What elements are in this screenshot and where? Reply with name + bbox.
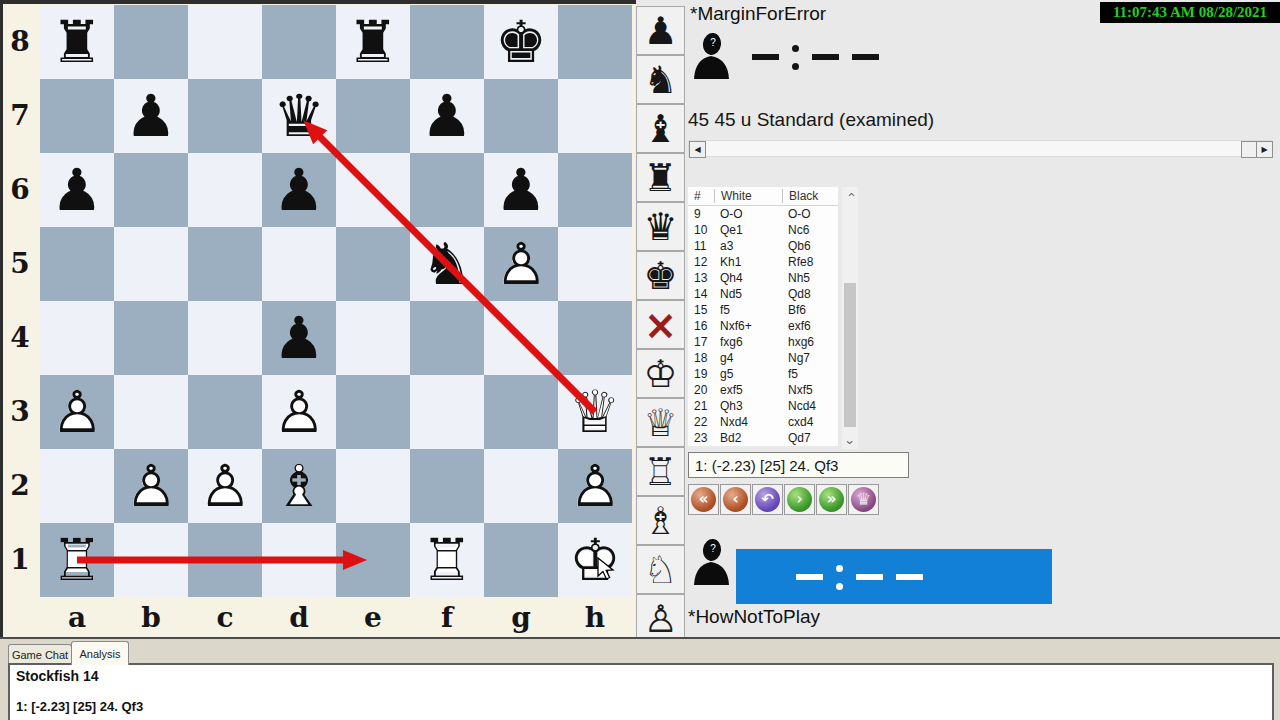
palette-black-pawn[interactable]: ♟ (636, 6, 685, 55)
square-e4[interactable] (336, 301, 410, 375)
rewind-to-start-button[interactable]: « (688, 484, 719, 515)
system-clock: 11:07:43 AM 08/28/2021 (1100, 2, 1280, 23)
square-f8[interactable] (410, 5, 484, 79)
square-d8[interactable] (262, 5, 336, 79)
square-b1[interactable] (114, 523, 188, 597)
chess-board: ♜♜♚♟♛♟♟♟♟♞♟♙♟♟♙♟♙♛♕♟♙♟♙♝♗♟♙♜♖♜♖♚♔ (40, 5, 632, 597)
file-label-e: e (336, 601, 410, 634)
square-a4[interactable] (40, 301, 114, 375)
square-b5[interactable] (114, 227, 188, 301)
bottom-panel: Game Chat Analysis Stockfish 14 1: [-2.2… (0, 637, 1280, 720)
square-g5[interactable]: ♟♙ (484, 227, 558, 301)
white-pawn[interactable]: ♟♙ (114, 449, 188, 523)
chess-app-window: ♜♜♚♟♛♟♟♟♟♞♟♙♟♟♙♟♙♛♕♟♙♟♙♝♗♟♙♜♖♜♖♚♔ 876543… (0, 0, 1280, 720)
square-c8[interactable] (188, 5, 262, 79)
square-g6[interactable]: ♟ (484, 153, 558, 227)
move-row-22[interactable]: 22Nxd4cxd4 (688, 414, 838, 430)
scroll-up-icon[interactable]: › (842, 187, 858, 201)
palette-black-queen[interactable]: ♛ (636, 202, 685, 251)
move-row-21[interactable]: 21Qh3Ncd4 (688, 398, 838, 414)
palette-black-knight[interactable]: ♞ (636, 55, 685, 104)
square-f7[interactable]: ♟ (410, 79, 484, 153)
square-h1[interactable]: ♚♔ (558, 523, 632, 597)
square-f4[interactable] (410, 301, 484, 375)
palette-white-king[interactable]: ♔ (636, 349, 685, 398)
square-d6[interactable]: ♟ (262, 153, 336, 227)
file-label-d: d (262, 601, 336, 634)
square-g4[interactable] (484, 301, 558, 375)
rank-label-3: 3 (3, 395, 37, 428)
move-list-scrollbar[interactable]: › › (842, 187, 858, 449)
square-b8[interactable] (114, 5, 188, 79)
square-e6[interactable] (336, 153, 410, 227)
move-row-13[interactable]: 13Qh4Nh5 (688, 270, 838, 286)
square-g2[interactable] (484, 449, 558, 523)
rank-label-6: 6 (3, 173, 37, 206)
move-row-18[interactable]: 18g4Ng7 (688, 350, 838, 366)
square-h8[interactable] (558, 5, 632, 79)
square-e2[interactable] (336, 449, 410, 523)
engine-analysis-line: 1: [-2.23] [25] 24. Qf3 (16, 699, 143, 714)
svg-text:?: ? (710, 37, 716, 48)
game-type-title: 45 45 u Standard (examined) (688, 109, 934, 131)
palette-black-rook[interactable]: ♜ (636, 153, 685, 202)
white-king[interactable]: ♚♔ (558, 523, 632, 597)
move-row-20[interactable]: 20exf5Nxf5 (688, 382, 838, 398)
square-e1[interactable] (336, 523, 410, 597)
move-row-17[interactable]: 17fxg6hxg6 (688, 334, 838, 350)
square-d2[interactable]: ♝♗ (262, 449, 336, 523)
move-row-16[interactable]: 16Nxf6+exf6 (688, 318, 838, 334)
square-h5[interactable] (558, 227, 632, 301)
engine-name: Stockfish 14 (16, 668, 98, 684)
black-king[interactable]: ♚ (484, 5, 558, 79)
square-a2[interactable] (40, 449, 114, 523)
white-pawn[interactable]: ♟♙ (262, 375, 336, 449)
palette-white-pawn[interactable]: ♙ (636, 594, 685, 643)
bottom-player-clock (796, 560, 923, 594)
square-b2[interactable]: ♟♙ (114, 449, 188, 523)
square-e5[interactable] (336, 227, 410, 301)
white-rook[interactable]: ♜♖ (40, 523, 114, 597)
move-list-header: # White Black (688, 187, 838, 206)
palette-black-bishop[interactable]: ♝ (636, 104, 685, 153)
square-h6[interactable] (558, 153, 632, 227)
col-move-number: # (688, 189, 714, 203)
scroll-left-button[interactable]: ◀ (689, 141, 706, 158)
white-bishop[interactable]: ♝♗ (262, 449, 336, 523)
square-a7[interactable] (40, 79, 114, 153)
square-b3[interactable] (114, 375, 188, 449)
rank-label-4: 4 (3, 321, 37, 354)
engine-play-button[interactable]: ♛ (848, 484, 879, 515)
move-row-23[interactable]: 23Bd2Qd7 (688, 430, 838, 446)
file-label-h: h (558, 601, 632, 634)
square-e3[interactable] (336, 375, 410, 449)
palette-white-bishop[interactable]: ♗ (636, 496, 685, 545)
move-row-9[interactable]: 9O-OO-O (688, 206, 838, 222)
square-g3[interactable] (484, 375, 558, 449)
black-pawn[interactable]: ♟ (484, 153, 558, 227)
square-f1[interactable]: ♜♖ (410, 523, 484, 597)
square-c3[interactable] (188, 375, 262, 449)
square-b4[interactable] (114, 301, 188, 375)
square-c1[interactable] (188, 523, 262, 597)
white-rook[interactable]: ♜♖ (410, 523, 484, 597)
square-f2[interactable] (410, 449, 484, 523)
horizontal-scrollbar[interactable]: ◀ ▶ (688, 140, 1272, 157)
scrollbar-thumb[interactable] (844, 283, 856, 427)
white-pawn[interactable]: ♟♙ (40, 375, 114, 449)
black-pawn[interactable]: ♟ (40, 153, 114, 227)
navigation-toolbar: «‹↶›»♛ (688, 484, 880, 515)
white-queen[interactable]: ♛♕ (558, 375, 632, 449)
square-f5[interactable]: ♞ (410, 227, 484, 301)
piece-palette: ♟♞♝♜♛♚×♔♕♖♗♘♙ (636, 6, 686, 643)
top-player-name: *MarginForError (690, 3, 826, 25)
black-queen[interactable]: ♛ (262, 79, 336, 153)
black-knight[interactable]: ♞ (410, 227, 484, 301)
square-c5[interactable] (188, 227, 262, 301)
col-white: White (714, 189, 782, 203)
file-label-g: g (484, 601, 558, 634)
svg-text:?: ? (710, 543, 716, 554)
square-e8[interactable]: ♜ (336, 5, 410, 79)
step-back-button[interactable]: ‹ (720, 484, 751, 515)
square-e7[interactable] (336, 79, 410, 153)
rank-label-5: 5 (3, 247, 37, 280)
square-g8[interactable]: ♚ (484, 5, 558, 79)
square-g7[interactable] (484, 79, 558, 153)
chess-board-frame: ♜♜♚♟♛♟♟♟♟♞♟♙♟♟♙♟♙♛♕♟♙♟♙♝♗♟♙♜♖♜♖♚♔ 876543… (0, 0, 636, 637)
col-black: Black (782, 189, 838, 203)
palette-black-king[interactable]: ♚ (636, 251, 685, 300)
move-row-14[interactable]: 14Nd5Qd8 (688, 286, 838, 302)
square-c2[interactable]: ♟♙ (188, 449, 262, 523)
square-h3[interactable]: ♛♕ (558, 375, 632, 449)
black-rook[interactable]: ♜ (336, 5, 410, 79)
tab-game-chat[interactable]: Game Chat (8, 644, 72, 664)
move-list: # White Black 9O-OO-O10Qe1Nc611a3Qb612Kh… (688, 187, 838, 446)
bottom-player-avatar-icon: ? (691, 539, 731, 585)
square-a1[interactable]: ♜♖ (40, 523, 114, 597)
file-label-c: c (188, 601, 262, 634)
square-h2[interactable]: ♟♙ (558, 449, 632, 523)
palette-remove[interactable]: × (636, 300, 685, 349)
square-h4[interactable] (558, 301, 632, 375)
scroll-right-button[interactable]: ▶ (1256, 141, 1273, 158)
palette-white-knight[interactable]: ♘ (636, 545, 685, 594)
square-a5[interactable] (40, 227, 114, 301)
move-row-11[interactable]: 11a3Qb6 (688, 238, 838, 254)
rank-label-1: 1 (3, 543, 37, 576)
file-label-b: b (114, 601, 188, 634)
revert-button[interactable]: ↶ (752, 484, 783, 515)
square-a3[interactable]: ♟♙ (40, 375, 114, 449)
file-label-a: a (40, 601, 114, 634)
square-f3[interactable] (410, 375, 484, 449)
square-a8[interactable]: ♜ (40, 5, 114, 79)
square-d5[interactable] (262, 227, 336, 301)
white-pawn[interactable]: ♟♙ (484, 227, 558, 301)
palette-white-queen[interactable]: ♕ (636, 398, 685, 447)
square-d4[interactable]: ♟ (262, 301, 336, 375)
rank-label-2: 2 (3, 469, 37, 502)
top-player-avatar-icon: ? (691, 33, 731, 79)
top-player-clock (752, 40, 879, 74)
tab-analysis[interactable]: Analysis (71, 641, 129, 665)
square-c7[interactable] (188, 79, 262, 153)
black-pawn[interactable]: ♟ (262, 301, 336, 375)
square-h7[interactable] (558, 79, 632, 153)
palette-white-rook[interactable]: ♖ (636, 447, 685, 496)
move-row-15[interactable]: 15f5Bf6 (688, 302, 838, 318)
square-b6[interactable] (114, 153, 188, 227)
square-f6[interactable] (410, 153, 484, 227)
square-a6[interactable]: ♟ (40, 153, 114, 227)
black-pawn[interactable]: ♟ (114, 79, 188, 153)
rank-label-7: 7 (3, 99, 37, 132)
white-pawn[interactable]: ♟♙ (558, 449, 632, 523)
white-pawn[interactable]: ♟♙ (188, 449, 262, 523)
engine-eval-box: 1: (-2.23) [25] 24. Qf3 (688, 452, 909, 478)
square-d3[interactable]: ♟♙ (262, 375, 336, 449)
analysis-output-panel: Stockfish 14 1: [-2.23] [25] 24. Qf3 (8, 663, 1274, 720)
square-b7[interactable]: ♟ (114, 79, 188, 153)
black-pawn[interactable]: ♟ (262, 153, 336, 227)
rank-label-8: 8 (3, 25, 37, 58)
bottom-player-clock-panel (736, 549, 1052, 604)
fast-forward-to-end-button[interactable]: » (816, 484, 847, 515)
square-d7[interactable]: ♛ (262, 79, 336, 153)
square-c4[interactable] (188, 301, 262, 375)
scroll-down-icon[interactable]: › (842, 435, 858, 449)
step-forward-button[interactable]: › (784, 484, 815, 515)
move-list-body: 9O-OO-O10Qe1Nc611a3Qb612Kh1Rfe813Qh4Nh51… (688, 206, 838, 446)
move-row-10[interactable]: 10Qe1Nc6 (688, 222, 838, 238)
square-c6[interactable] (188, 153, 262, 227)
move-row-12[interactable]: 12Kh1Rfe8 (688, 254, 838, 270)
move-row-19[interactable]: 19g5f5 (688, 366, 838, 382)
bottom-player-name: *HowNotToPlay (688, 606, 820, 628)
black-rook[interactable]: ♜ (40, 5, 114, 79)
square-g1[interactable] (484, 523, 558, 597)
file-label-f: f (410, 601, 484, 634)
square-d1[interactable] (262, 523, 336, 597)
black-pawn[interactable]: ♟ (410, 79, 484, 153)
